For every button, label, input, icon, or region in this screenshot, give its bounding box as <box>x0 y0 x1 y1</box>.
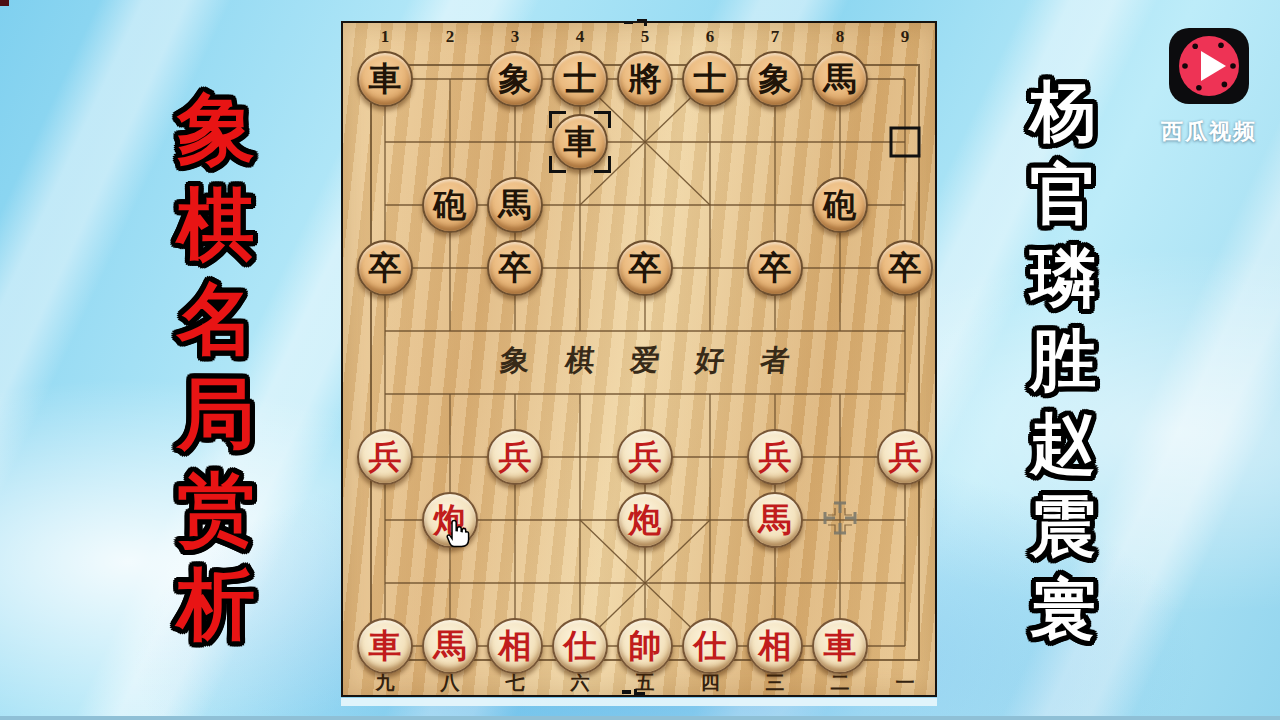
left-banner-title: 象棋名局赏析 <box>168 82 264 652</box>
piece-red-advisor[interactable]: 仕 <box>682 618 738 674</box>
xiangqi-board[interactable]: 123456789 九八七六五四三二一 象棋爱好者 車象士將士象馬車砲馬砲卒卒卒… <box>341 21 937 697</box>
piece-red-cannon[interactable]: 炮 <box>617 492 673 548</box>
cropped-ui-fragment-top-bracket <box>637 19 647 26</box>
piece-black-general[interactable]: 將 <box>617 51 673 107</box>
piece-red-elephant[interactable]: 相 <box>747 618 803 674</box>
piece-red-chariot[interactable]: 車 <box>812 618 868 674</box>
file-label-bottom: 一 <box>896 670 915 696</box>
piece-red-elephant[interactable]: 相 <box>487 618 543 674</box>
piece-black-soldier[interactable]: 卒 <box>487 240 543 296</box>
under-board-highlight <box>341 698 937 706</box>
piece-red-advisor[interactable]: 仕 <box>552 618 608 674</box>
cropped-ui-fragment-top <box>624 21 633 24</box>
piece-red-soldier[interactable]: 兵 <box>357 429 413 485</box>
video-frame: 象棋名局赏析 杨官璘胜赵震寰 123456789 九八七六五四三二一 象棋爱好者… <box>0 0 1280 720</box>
file-label-top: 9 <box>901 27 910 47</box>
piece-black-soldier[interactable]: 卒 <box>617 240 673 296</box>
bottom-edge-strip <box>0 716 1280 720</box>
file-label-top: 3 <box>511 27 520 47</box>
piece-red-horse[interactable]: 馬 <box>422 618 478 674</box>
piece-black-horse[interactable]: 馬 <box>812 51 868 107</box>
piece-black-chariot[interactable]: 車 <box>357 51 413 107</box>
file-label-top: 2 <box>446 27 455 47</box>
cropped-ui-fragment-bottom-bracket <box>634 689 645 695</box>
piece-black-cannon[interactable]: 砲 <box>422 177 478 233</box>
river-text-char: 象 <box>498 341 531 381</box>
piece-red-chariot[interactable]: 車 <box>357 618 413 674</box>
piece-red-soldier[interactable]: 兵 <box>487 429 543 485</box>
file-label-top: 8 <box>836 27 845 47</box>
piece-black-advisor[interactable]: 士 <box>552 51 608 107</box>
selected-piece-corners <box>549 111 611 173</box>
piece-red-general[interactable]: 帥 <box>617 618 673 674</box>
watermark-label: 西瓜视频 <box>1150 117 1268 147</box>
hand-cursor-icon <box>444 518 471 553</box>
river-text-char: 棋 <box>563 341 596 381</box>
piece-black-soldier[interactable]: 卒 <box>357 240 413 296</box>
file-label-top: 1 <box>381 27 390 47</box>
piece-black-soldier[interactable]: 卒 <box>877 240 933 296</box>
file-label-top: 4 <box>576 27 585 47</box>
piece-black-cannon[interactable]: 砲 <box>812 177 868 233</box>
file-label-top: 7 <box>771 27 780 47</box>
piece-red-soldier[interactable]: 兵 <box>747 429 803 485</box>
right-banner-title: 杨官璘胜赵震寰 <box>1019 70 1107 651</box>
river-text-char: 爱 <box>628 341 661 381</box>
corner-artifact <box>0 0 9 6</box>
crosshair-marker <box>820 498 860 542</box>
file-label-top: 6 <box>706 27 715 47</box>
file-label-top: 5 <box>641 27 650 47</box>
river-text-char: 好 <box>693 341 726 381</box>
piece-red-soldier[interactable]: 兵 <box>617 429 673 485</box>
piece-black-advisor[interactable]: 士 <box>682 51 738 107</box>
piece-black-elephant[interactable]: 象 <box>487 51 543 107</box>
piece-red-horse[interactable]: 馬 <box>747 492 803 548</box>
watermark-logo-icon <box>1167 26 1251 106</box>
move-origin-marker <box>890 127 921 158</box>
piece-black-horse[interactable]: 馬 <box>487 177 543 233</box>
piece-black-elephant[interactable]: 象 <box>747 51 803 107</box>
river-text-char: 者 <box>758 341 791 381</box>
piece-red-soldier[interactable]: 兵 <box>877 429 933 485</box>
cropped-ui-fragment-bottom <box>622 690 631 694</box>
xigua-watermark: 西瓜视频 <box>1150 26 1268 147</box>
piece-black-soldier[interactable]: 卒 <box>747 240 803 296</box>
